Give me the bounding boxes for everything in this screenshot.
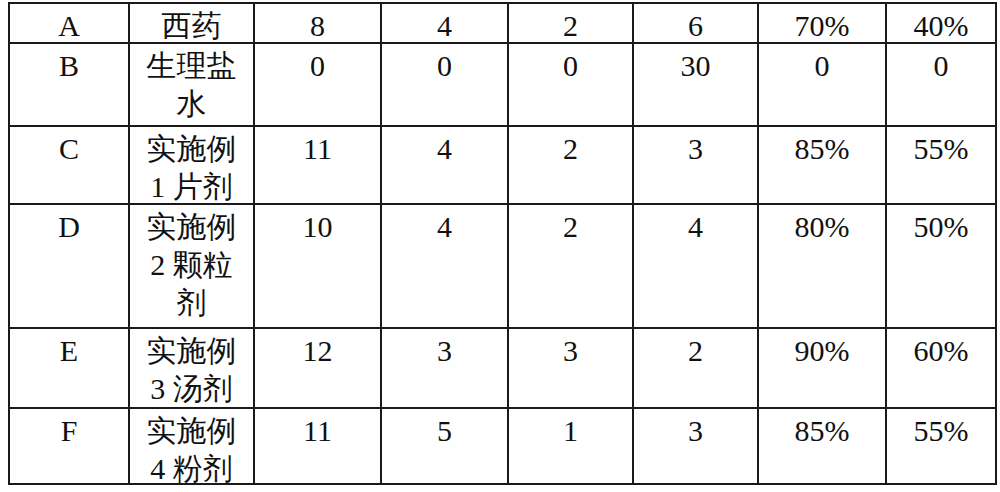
value-cell: 2 (634, 329, 759, 409)
value-cell: 4 (382, 205, 509, 329)
value-cell: 12 (255, 329, 382, 409)
value-cell: 90% (759, 329, 887, 409)
value-cell: 3 (634, 409, 759, 485)
value-cell: 85% (759, 127, 887, 205)
group-name-cell: 实施例 3 汤剂 (130, 329, 255, 409)
value-cell: 0 (887, 44, 997, 127)
value-cell: 3 (382, 329, 509, 409)
group-name-cell: 实施例 4 粉剂 (130, 409, 255, 485)
row-label-cell: D (10, 205, 130, 329)
row-label-cell: C (10, 127, 130, 205)
value-cell: 4 (634, 205, 759, 329)
value-cell: 10 (255, 205, 382, 329)
value-cell: 3 (509, 329, 634, 409)
value-cell: 1 (509, 409, 634, 485)
value-cell: 55% (887, 409, 997, 485)
value-cell: 40% (887, 4, 997, 44)
value-cell: 0 (759, 44, 887, 127)
value-cell: 50% (887, 205, 997, 329)
value-cell: 0 (509, 44, 634, 127)
group-name-cell: 实施例 1 片剂 (130, 127, 255, 205)
row-label-cell: B (10, 44, 130, 127)
results-table: A 西药 8 4 2 6 70% 40% B 生理盐 水 0 0 0 30 0 … (8, 2, 997, 485)
value-cell: 5 (382, 409, 509, 485)
group-name-cell: 生理盐 水 (130, 44, 255, 127)
value-cell: 70% (759, 4, 887, 44)
value-cell: 85% (759, 409, 887, 485)
value-cell: 8 (255, 4, 382, 44)
value-cell: 30 (634, 44, 759, 127)
group-name-cell: 实施例 2 颗粒 剂 (130, 205, 255, 329)
value-cell: 4 (382, 4, 509, 44)
value-cell: 4 (382, 127, 509, 205)
value-cell: 2 (509, 4, 634, 44)
row-label-cell: A (10, 4, 130, 44)
value-cell: 60% (887, 329, 997, 409)
value-cell: 2 (509, 205, 634, 329)
value-cell: 0 (255, 44, 382, 127)
value-cell: 80% (759, 205, 887, 329)
row-label-cell: F (10, 409, 130, 485)
document-page: A 西药 8 4 2 6 70% 40% B 生理盐 水 0 0 0 30 0 … (0, 0, 1000, 492)
value-cell: 11 (255, 127, 382, 205)
value-cell: 3 (634, 127, 759, 205)
value-cell: 2 (509, 127, 634, 205)
value-cell: 11 (255, 409, 382, 485)
value-cell: 55% (887, 127, 997, 205)
row-label-cell: E (10, 329, 130, 409)
value-cell: 6 (634, 4, 759, 44)
group-name-cell: 西药 (130, 4, 255, 44)
value-cell: 0 (382, 44, 509, 127)
